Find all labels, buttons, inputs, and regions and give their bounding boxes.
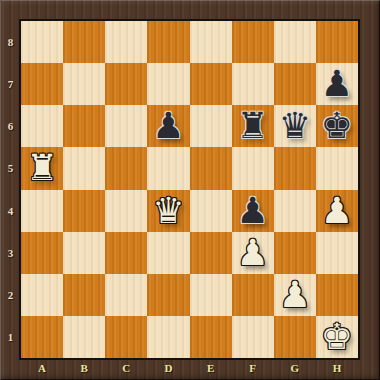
file-label-e: E [190,358,232,378]
square-h7[interactable]: ♟ [316,63,358,105]
square-e4[interactable] [190,190,232,232]
square-c6[interactable] [105,105,147,147]
rank-label-7: 7 [0,63,21,105]
square-e1[interactable] [190,316,232,358]
square-b1[interactable] [63,316,105,358]
piece-black-pawn-d6[interactable]: ♟ [152,105,184,147]
board-frame: 87654321 ♟♟♜♛♚♜♛♟♟♟♟♚ ABCDEFGH [0,0,380,380]
square-a6[interactable] [21,105,63,147]
square-e7[interactable] [190,63,232,105]
square-c8[interactable] [105,21,147,63]
square-e8[interactable] [190,21,232,63]
file-label-b: B [63,358,105,378]
square-d2[interactable] [147,274,189,316]
rank-labels: 87654321 [0,21,21,358]
square-g1[interactable] [274,316,316,358]
file-label-c: C [105,358,147,378]
file-labels: ABCDEFGH [21,358,358,378]
piece-black-rook-f6[interactable]: ♜ [237,105,269,147]
square-h2[interactable] [316,274,358,316]
square-a3[interactable] [21,232,63,274]
square-b6[interactable] [63,105,105,147]
square-c1[interactable] [105,316,147,358]
square-g5[interactable] [274,147,316,189]
file-label-g: G [274,358,316,378]
square-b7[interactable] [63,63,105,105]
square-f8[interactable] [232,21,274,63]
piece-white-pawn-g2[interactable]: ♟ [279,274,311,316]
square-a1[interactable] [21,316,63,358]
square-h6[interactable]: ♚ [316,105,358,147]
square-e6[interactable] [190,105,232,147]
square-g8[interactable] [274,21,316,63]
square-h5[interactable] [316,147,358,189]
square-f2[interactable] [232,274,274,316]
square-b4[interactable] [63,190,105,232]
square-g7[interactable] [274,63,316,105]
square-e5[interactable] [190,147,232,189]
piece-black-king-h6[interactable]: ♚ [321,105,353,147]
square-d4[interactable]: ♛ [147,190,189,232]
square-d5[interactable] [147,147,189,189]
square-a7[interactable] [21,63,63,105]
square-a4[interactable] [21,190,63,232]
square-d8[interactable] [147,21,189,63]
piece-white-rook-a5[interactable]: ♜ [26,147,58,189]
file-label-a: A [21,358,63,378]
rank-label-2: 2 [0,274,21,316]
square-b8[interactable] [63,21,105,63]
piece-white-queen-d4[interactable]: ♛ [152,190,184,232]
file-label-d: D [147,358,189,378]
square-e3[interactable] [190,232,232,274]
square-d1[interactable] [147,316,189,358]
square-c7[interactable] [105,63,147,105]
piece-black-queen-g6[interactable]: ♛ [279,105,311,147]
square-g3[interactable] [274,232,316,274]
square-f6[interactable]: ♜ [232,105,274,147]
rank-label-1: 1 [0,316,21,358]
rank-label-6: 6 [0,105,21,147]
square-d7[interactable] [147,63,189,105]
square-c5[interactable] [105,147,147,189]
square-e2[interactable] [190,274,232,316]
square-a8[interactable] [21,21,63,63]
square-f3[interactable]: ♟ [232,232,274,274]
square-f7[interactable] [232,63,274,105]
square-b2[interactable] [63,274,105,316]
piece-white-pawn-h4[interactable]: ♟ [321,190,353,232]
square-h4[interactable]: ♟ [316,190,358,232]
file-label-f: F [232,358,274,378]
square-g2[interactable]: ♟ [274,274,316,316]
square-f5[interactable] [232,147,274,189]
square-a5[interactable]: ♜ [21,147,63,189]
rank-label-8: 8 [0,21,21,63]
square-g4[interactable] [274,190,316,232]
rank-label-3: 3 [0,232,21,274]
square-d6[interactable]: ♟ [147,105,189,147]
piece-black-pawn-h7[interactable]: ♟ [321,63,353,105]
piece-black-pawn-f4[interactable]: ♟ [237,190,269,232]
rank-label-4: 4 [0,190,21,232]
square-f1[interactable] [232,316,274,358]
piece-white-pawn-f3[interactable]: ♟ [237,232,269,274]
piece-white-king-h1[interactable]: ♚ [321,316,353,358]
square-d3[interactable] [147,232,189,274]
square-h8[interactable] [316,21,358,63]
file-label-h: H [316,358,358,378]
square-f4[interactable]: ♟ [232,190,274,232]
square-h1[interactable]: ♚ [316,316,358,358]
square-b5[interactable] [63,147,105,189]
square-c4[interactable] [105,190,147,232]
square-h3[interactable] [316,232,358,274]
square-c2[interactable] [105,274,147,316]
rank-label-5: 5 [0,147,21,189]
board: ♟♟♜♛♚♜♛♟♟♟♟♚ [21,21,358,358]
square-g6[interactable]: ♛ [274,105,316,147]
square-b3[interactable] [63,232,105,274]
square-a2[interactable] [21,274,63,316]
square-c3[interactable] [105,232,147,274]
